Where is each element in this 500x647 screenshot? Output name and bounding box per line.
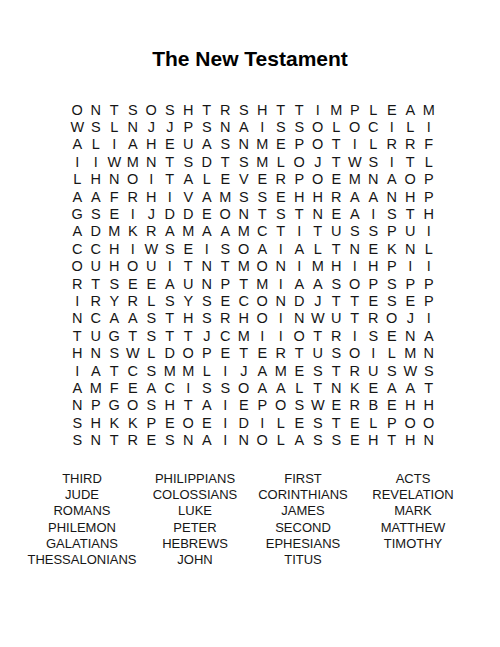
grid-cell-20-19: H xyxy=(401,431,420,448)
grid-cell-5-19: O xyxy=(401,171,420,188)
grid-cell-1-19: A xyxy=(401,101,420,118)
grid-cell-7-17: I xyxy=(364,205,383,222)
grid-cell-7-13: T xyxy=(290,205,309,222)
grid-cell-15-5: L xyxy=(142,344,161,361)
grid-cell-9-12: I xyxy=(272,240,291,257)
grid-cell-19-16: E xyxy=(346,414,365,431)
grid-cell-2-3: L xyxy=(105,118,124,135)
grid-cell-15-7: O xyxy=(179,344,198,361)
grid-cell-18-2: P xyxy=(87,397,106,414)
grid-cell-12-4: R xyxy=(124,292,143,309)
grid-cell-6-3: F xyxy=(105,188,124,205)
grid-cell-16-2: A xyxy=(87,362,106,379)
grid-cell-10-7: T xyxy=(179,258,198,275)
letter-grid: ONTSOSHTRSHTTIMPLEAMWSLNJJPSNAISSOLOCILI… xyxy=(68,101,438,449)
grid-cell-5-18: A xyxy=(383,171,402,188)
grid-cell-20-2: N xyxy=(87,431,106,448)
grid-cell-20-11: O xyxy=(253,431,272,448)
grid-cell-17-5: A xyxy=(142,379,161,396)
grid-cell-4-13: O xyxy=(290,153,309,170)
grid-cell-7-14: N xyxy=(309,205,328,222)
grid-cell-12-13: D xyxy=(290,292,309,309)
grid-cell-6-10: S xyxy=(235,188,254,205)
grid-cell-10-20: I xyxy=(420,258,439,275)
grid-cell-3-8: A xyxy=(198,136,217,153)
grid-cell-2-7: P xyxy=(179,118,198,135)
grid-cell-3-2: L xyxy=(87,136,106,153)
grid-cell-19-11: I xyxy=(253,414,272,431)
grid-cell-7-16: A xyxy=(346,205,365,222)
grid-cell-1-3: T xyxy=(105,101,124,118)
grid-cell-1-18: E xyxy=(383,101,402,118)
grid-cell-4-20: L xyxy=(420,153,439,170)
grid-cell-7-11: T xyxy=(253,205,272,222)
word-item: JOHN xyxy=(135,552,255,568)
grid-cell-7-15: E xyxy=(327,205,346,222)
grid-cell-7-20: H xyxy=(420,205,439,222)
grid-cell-18-12: O xyxy=(272,397,291,414)
grid-cell-4-8: D xyxy=(198,153,217,170)
grid-cell-15-6: D xyxy=(161,344,180,361)
grid-cell-11-1: R xyxy=(68,275,87,292)
grid-cell-16-9: I xyxy=(216,362,235,379)
grid-cell-17-16: K xyxy=(346,379,365,396)
grid-cell-4-7: S xyxy=(179,153,198,170)
word-list-column-3: FIRSTCORINTHIANSJAMESSECONDEPHESIANSTITU… xyxy=(243,471,363,568)
grid-cell-16-4: C xyxy=(124,362,143,379)
grid-cell-12-3: Y xyxy=(105,292,124,309)
grid-cell-14-9: C xyxy=(216,327,235,344)
grid-cell-7-18: S xyxy=(383,205,402,222)
grid-cell-17-2: M xyxy=(87,379,106,396)
grid-cell-6-17: A xyxy=(364,188,383,205)
grid-cell-11-19: P xyxy=(401,275,420,292)
grid-cell-10-5: U xyxy=(142,258,161,275)
grid-cell-7-9: O xyxy=(216,205,235,222)
grid-cell-11-16: O xyxy=(346,275,365,292)
grid-cell-11-3: S xyxy=(105,275,124,292)
grid-cell-14-1: T xyxy=(68,327,87,344)
grid-cell-9-4: I xyxy=(124,240,143,257)
grid-cell-9-9: S xyxy=(216,240,235,257)
grid-cell-18-6: H xyxy=(161,397,180,414)
grid-cell-17-18: A xyxy=(383,379,402,396)
grid-cell-9-16: N xyxy=(346,240,365,257)
grid-cell-15-8: P xyxy=(198,344,217,361)
grid-cell-19-9: I xyxy=(216,414,235,431)
grid-cell-9-11: A xyxy=(253,240,272,257)
grid-cell-9-20: L xyxy=(420,240,439,257)
grid-cell-4-18: I xyxy=(383,153,402,170)
grid-cell-2-16: O xyxy=(346,118,365,135)
grid-cell-3-13: P xyxy=(290,136,309,153)
grid-cell-17-12: A xyxy=(272,379,291,396)
grid-cell-1-16: P xyxy=(346,101,365,118)
grid-cell-6-5: H xyxy=(142,188,161,205)
grid-cell-13-14: W xyxy=(309,310,328,327)
grid-cell-18-1: N xyxy=(68,397,87,414)
grid-cell-9-2: C xyxy=(87,240,106,257)
grid-cell-1-7: H xyxy=(179,101,198,118)
grid-cell-7-12: S xyxy=(272,205,291,222)
grid-cell-10-4: O xyxy=(124,258,143,275)
grid-cell-14-20: A xyxy=(420,327,439,344)
grid-cell-13-17: R xyxy=(364,310,383,327)
word-item: PETER xyxy=(135,520,255,536)
grid-cell-3-11: M xyxy=(253,136,272,153)
grid-cell-6-16: A xyxy=(346,188,365,205)
grid-cell-17-7: I xyxy=(179,379,198,396)
grid-cell-10-10: M xyxy=(235,258,254,275)
grid-cell-1-9: R xyxy=(216,101,235,118)
grid-cell-11-9: P xyxy=(216,275,235,292)
word-item: LUKE xyxy=(135,503,255,519)
grid-cell-11-14: A xyxy=(309,275,328,292)
grid-cell-16-19: W xyxy=(401,362,420,379)
grid-cell-18-10: E xyxy=(235,397,254,414)
grid-cell-9-7: E xyxy=(179,240,198,257)
grid-cell-18-18: E xyxy=(383,397,402,414)
grid-cell-12-15: T xyxy=(327,292,346,309)
grid-cell-15-17: I xyxy=(364,344,383,361)
grid-cell-5-11: E xyxy=(253,171,272,188)
grid-cell-7-19: T xyxy=(401,205,420,222)
grid-cell-6-7: V xyxy=(179,188,198,205)
grid-cell-5-6: T xyxy=(161,171,180,188)
grid-cell-19-15: T xyxy=(327,414,346,431)
grid-cell-20-7: N xyxy=(179,431,198,448)
grid-cell-6-9: M xyxy=(216,188,235,205)
grid-cell-19-3: K xyxy=(105,414,124,431)
word-item: TIMOTHY xyxy=(353,536,473,552)
grid-cell-6-11: S xyxy=(253,188,272,205)
word-item: CORINTHIANS xyxy=(243,487,363,503)
grid-cell-10-1: O xyxy=(68,258,87,275)
grid-cell-8-9: A xyxy=(216,223,235,240)
grid-cell-5-13: P xyxy=(290,171,309,188)
grid-cell-5-4: O xyxy=(124,171,143,188)
grid-cell-12-5: L xyxy=(142,292,161,309)
grid-cell-16-6: M xyxy=(161,362,180,379)
grid-cell-15-19: M xyxy=(401,344,420,361)
grid-cell-20-16: E xyxy=(346,431,365,448)
grid-cell-8-18: P xyxy=(383,223,402,240)
grid-cell-6-13: H xyxy=(290,188,309,205)
grid-cell-12-2: R xyxy=(87,292,106,309)
grid-cell-2-9: N xyxy=(216,118,235,135)
grid-cell-3-10: N xyxy=(235,136,254,153)
grid-cell-11-11: M xyxy=(253,275,272,292)
grid-cell-19-2: H xyxy=(87,414,106,431)
grid-cell-19-7: O xyxy=(179,414,198,431)
grid-cell-14-14: T xyxy=(309,327,328,344)
grid-cell-20-20: N xyxy=(420,431,439,448)
grid-cell-11-15: S xyxy=(327,275,346,292)
grid-cell-17-19: A xyxy=(401,379,420,396)
grid-cell-16-13: E xyxy=(290,362,309,379)
grid-cell-10-6: I xyxy=(161,258,180,275)
worksheet-page: The New Testament ONTSOSHTRSHTTIMPLEAMWS… xyxy=(0,0,500,647)
grid-cell-15-15: S xyxy=(327,344,346,361)
grid-cell-17-11: A xyxy=(253,379,272,396)
grid-cell-6-8: A xyxy=(198,188,217,205)
grid-cell-16-12: M xyxy=(272,362,291,379)
grid-cell-19-20: O xyxy=(420,414,439,431)
grid-cell-19-4: K xyxy=(124,414,143,431)
grid-cell-17-17: E xyxy=(364,379,383,396)
grid-cell-14-10: M xyxy=(235,327,254,344)
grid-cell-14-11: I xyxy=(253,327,272,344)
grid-cell-20-8: A xyxy=(198,431,217,448)
grid-cell-3-19: R xyxy=(401,136,420,153)
grid-cell-2-1: W xyxy=(68,118,87,135)
grid-cell-5-3: N xyxy=(105,171,124,188)
grid-cell-20-12: L xyxy=(272,431,291,448)
grid-cell-7-7: D xyxy=(179,205,198,222)
grid-cell-20-4: R xyxy=(124,431,143,448)
grid-cell-13-10: H xyxy=(235,310,254,327)
grid-cell-4-1: I xyxy=(68,153,87,170)
grid-cell-2-2: S xyxy=(87,118,106,135)
grid-cell-18-4: O xyxy=(124,397,143,414)
grid-cell-10-3: H xyxy=(105,258,124,275)
grid-cell-14-18: E xyxy=(383,327,402,344)
grid-cell-13-12: I xyxy=(272,310,291,327)
grid-cell-4-5: N xyxy=(142,153,161,170)
grid-cell-15-14: U xyxy=(309,344,328,361)
grid-cell-15-20: N xyxy=(420,344,439,361)
grid-cell-17-4: E xyxy=(124,379,143,396)
grid-cell-3-15: T xyxy=(327,136,346,153)
grid-cell-16-10: J xyxy=(235,362,254,379)
grid-cell-15-12: R xyxy=(272,344,291,361)
grid-cell-1-6: S xyxy=(161,101,180,118)
grid-cell-16-16: R xyxy=(346,362,365,379)
grid-cell-6-20: P xyxy=(420,188,439,205)
grid-cell-3-14: O xyxy=(309,136,328,153)
grid-cell-3-20: F xyxy=(420,136,439,153)
grid-cell-18-19: H xyxy=(401,397,420,414)
grid-cell-2-20: I xyxy=(420,118,439,135)
grid-cell-18-13: S xyxy=(290,397,309,414)
grid-cell-6-14: H xyxy=(309,188,328,205)
word-item: COLOSSIANS xyxy=(135,487,255,503)
grid-cell-7-4: I xyxy=(124,205,143,222)
grid-cell-8-1: A xyxy=(68,223,87,240)
grid-cell-5-16: M xyxy=(346,171,365,188)
grid-cell-1-1: O xyxy=(68,101,87,118)
grid-cell-4-9: T xyxy=(216,153,235,170)
grid-cell-5-14: O xyxy=(309,171,328,188)
grid-cell-14-8: J xyxy=(198,327,217,344)
grid-cell-11-13: A xyxy=(290,275,309,292)
grid-cell-2-12: S xyxy=(272,118,291,135)
grid-cell-3-5: H xyxy=(142,136,161,153)
grid-cell-7-2: S xyxy=(87,205,106,222)
grid-cell-15-2: N xyxy=(87,344,106,361)
grid-cell-19-19: O xyxy=(401,414,420,431)
grid-cell-11-6: A xyxy=(161,275,180,292)
grid-cell-4-6: T xyxy=(161,153,180,170)
grid-cell-20-3: T xyxy=(105,431,124,448)
grid-cell-17-20: T xyxy=(420,379,439,396)
grid-cell-13-1: N xyxy=(68,310,87,327)
grid-cell-5-7: A xyxy=(179,171,198,188)
grid-cell-13-11: O xyxy=(253,310,272,327)
grid-cell-12-10: C xyxy=(235,292,254,309)
grid-cell-9-10: O xyxy=(235,240,254,257)
grid-cell-19-10: D xyxy=(235,414,254,431)
grid-cell-17-6: C xyxy=(161,379,180,396)
grid-cell-1-17: L xyxy=(364,101,383,118)
grid-cell-5-1: L xyxy=(68,171,87,188)
grid-cell-10-11: O xyxy=(253,258,272,275)
grid-cell-6-6: I xyxy=(161,188,180,205)
grid-cell-13-13: N xyxy=(290,310,309,327)
grid-cell-2-19: L xyxy=(401,118,420,135)
grid-cell-1-4: S xyxy=(124,101,143,118)
grid-cell-11-2: T xyxy=(87,275,106,292)
grid-cell-14-19: N xyxy=(401,327,420,344)
grid-cell-15-9: E xyxy=(216,344,235,361)
grid-cell-20-18: T xyxy=(383,431,402,448)
grid-cell-4-15: T xyxy=(327,153,346,170)
grid-cell-10-17: H xyxy=(364,258,383,275)
grid-cell-20-15: S xyxy=(327,431,346,448)
grid-cell-7-8: E xyxy=(198,205,217,222)
grid-cell-7-1: G xyxy=(68,205,87,222)
grid-cell-18-9: I xyxy=(216,397,235,414)
grid-cell-9-3: H xyxy=(105,240,124,257)
grid-cell-17-8: S xyxy=(198,379,217,396)
grid-cell-16-18: S xyxy=(383,362,402,379)
grid-cell-8-17: S xyxy=(364,223,383,240)
grid-cell-14-2: U xyxy=(87,327,106,344)
grid-cell-4-10: S xyxy=(235,153,254,170)
word-item: TITUS xyxy=(243,552,363,568)
grid-cell-10-14: M xyxy=(309,258,328,275)
grid-cell-17-1: A xyxy=(68,379,87,396)
grid-cell-8-15: U xyxy=(327,223,346,240)
grid-cell-18-3: G xyxy=(105,397,124,414)
grid-cell-15-16: O xyxy=(346,344,365,361)
grid-cell-14-4: T xyxy=(124,327,143,344)
grid-cell-7-10: N xyxy=(235,205,254,222)
grid-cell-12-16: T xyxy=(346,292,365,309)
grid-cell-8-10: M xyxy=(235,223,254,240)
grid-cell-7-3: E xyxy=(105,205,124,222)
grid-cell-16-7: M xyxy=(179,362,198,379)
grid-cell-2-14: O xyxy=(309,118,328,135)
grid-cell-8-3: M xyxy=(105,223,124,240)
grid-cell-1-2: N xyxy=(87,101,106,118)
grid-cell-6-1: A xyxy=(68,188,87,205)
grid-cell-20-13: A xyxy=(290,431,309,448)
grid-cell-16-17: U xyxy=(364,362,383,379)
grid-cell-2-6: J xyxy=(161,118,180,135)
grid-cell-6-12: E xyxy=(272,188,291,205)
grid-cell-19-8: E xyxy=(198,414,217,431)
grid-cell-6-15: R xyxy=(327,188,346,205)
grid-cell-13-5: S xyxy=(142,310,161,327)
grid-cell-1-8: T xyxy=(198,101,217,118)
grid-cell-3-3: I xyxy=(105,136,124,153)
grid-cell-6-19: H xyxy=(401,188,420,205)
grid-cell-10-18: P xyxy=(383,258,402,275)
grid-cell-6-18: N xyxy=(383,188,402,205)
grid-cell-13-3: A xyxy=(105,310,124,327)
word-item: SECOND xyxy=(243,520,363,536)
grid-cell-10-8: N xyxy=(198,258,217,275)
grid-cell-15-1: H xyxy=(68,344,87,361)
grid-cell-4-3: W xyxy=(105,153,124,170)
grid-cell-12-9: E xyxy=(216,292,235,309)
grid-cell-5-2: H xyxy=(87,171,106,188)
grid-cell-19-18: P xyxy=(383,414,402,431)
grid-cell-1-12: T xyxy=(272,101,291,118)
grid-cell-1-20: M xyxy=(420,101,439,118)
grid-cell-16-15: T xyxy=(327,362,346,379)
grid-cell-13-9: R xyxy=(216,310,235,327)
grid-cell-19-5: P xyxy=(142,414,161,431)
grid-cell-13-7: H xyxy=(179,310,198,327)
grid-cell-16-3: T xyxy=(105,362,124,379)
grid-cell-14-13: O xyxy=(290,327,309,344)
grid-cell-4-19: T xyxy=(401,153,420,170)
word-list-column-4: ACTSREVELATIONMARKMATTHEWTIMOTHY xyxy=(353,471,473,552)
grid-cell-16-11: A xyxy=(253,362,272,379)
grid-cell-19-12: L xyxy=(272,414,291,431)
grid-cell-4-11: M xyxy=(253,153,272,170)
grid-cell-13-6: T xyxy=(161,310,180,327)
grid-cell-20-17: H xyxy=(364,431,383,448)
grid-cell-14-5: S xyxy=(142,327,161,344)
grid-cell-11-18: S xyxy=(383,275,402,292)
grid-cell-2-8: S xyxy=(198,118,217,135)
grid-cell-5-9: E xyxy=(216,171,235,188)
grid-cell-14-17: S xyxy=(364,327,383,344)
grid-cell-9-8: I xyxy=(198,240,217,257)
grid-cell-17-13: L xyxy=(290,379,309,396)
grid-cell-9-1: C xyxy=(68,240,87,257)
grid-cell-10-12: N xyxy=(272,258,291,275)
grid-cell-16-5: S xyxy=(142,362,161,379)
word-item: JAMES xyxy=(243,503,363,519)
grid-cell-4-16: W xyxy=(346,153,365,170)
grid-cell-14-15: R xyxy=(327,327,346,344)
grid-cell-2-11: I xyxy=(253,118,272,135)
grid-cell-9-15: T xyxy=(327,240,346,257)
grid-cell-11-20: P xyxy=(420,275,439,292)
grid-cell-17-9: S xyxy=(216,379,235,396)
grid-cell-8-11: C xyxy=(253,223,272,240)
grid-cell-10-2: U xyxy=(87,258,106,275)
grid-cell-20-1: S xyxy=(68,431,87,448)
grid-cell-2-10: A xyxy=(235,118,254,135)
grid-cell-13-18: O xyxy=(383,310,402,327)
grid-cell-18-17: B xyxy=(364,397,383,414)
grid-cell-18-5: S xyxy=(142,397,161,414)
grid-cell-2-4: N xyxy=(124,118,143,135)
grid-cell-3-12: E xyxy=(272,136,291,153)
grid-cell-15-18: L xyxy=(383,344,402,361)
word-item: MATTHEW xyxy=(353,520,473,536)
grid-cell-16-20: S xyxy=(420,362,439,379)
grid-cell-12-20: P xyxy=(420,292,439,309)
grid-cell-11-8: N xyxy=(198,275,217,292)
grid-cell-12-7: Y xyxy=(179,292,198,309)
grid-cell-7-5: J xyxy=(142,205,161,222)
